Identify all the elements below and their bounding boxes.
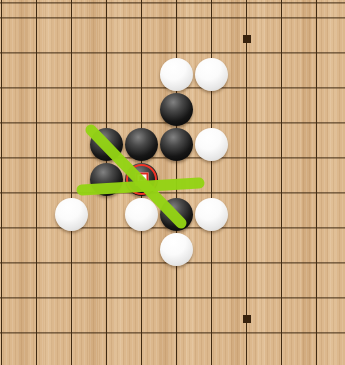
- white-stone[interactable]: [195, 128, 228, 161]
- black-stone[interactable]: [160, 128, 193, 161]
- flag-glyph: ⚑: [138, 175, 145, 183]
- star-point: [243, 35, 251, 43]
- black-stone[interactable]: [90, 163, 123, 196]
- black-stone[interactable]: [90, 128, 123, 161]
- star-point: [243, 315, 251, 323]
- board-gridlines: [0, 0, 345, 365]
- move-flag-icon: ⚑: [135, 173, 148, 186]
- black-stone[interactable]: [125, 128, 158, 161]
- white-stone[interactable]: [125, 198, 158, 231]
- black-stone[interactable]: [160, 198, 193, 231]
- gomoku-board[interactable]: ⚑: [0, 0, 345, 365]
- black-stone[interactable]: [160, 93, 193, 126]
- white-stone[interactable]: [195, 198, 228, 231]
- white-stone[interactable]: [160, 58, 193, 91]
- black-stone[interactable]: ⚑: [125, 163, 158, 196]
- white-stone[interactable]: [55, 198, 88, 231]
- white-stone[interactable]: [195, 58, 228, 91]
- white-stone[interactable]: [160, 233, 193, 266]
